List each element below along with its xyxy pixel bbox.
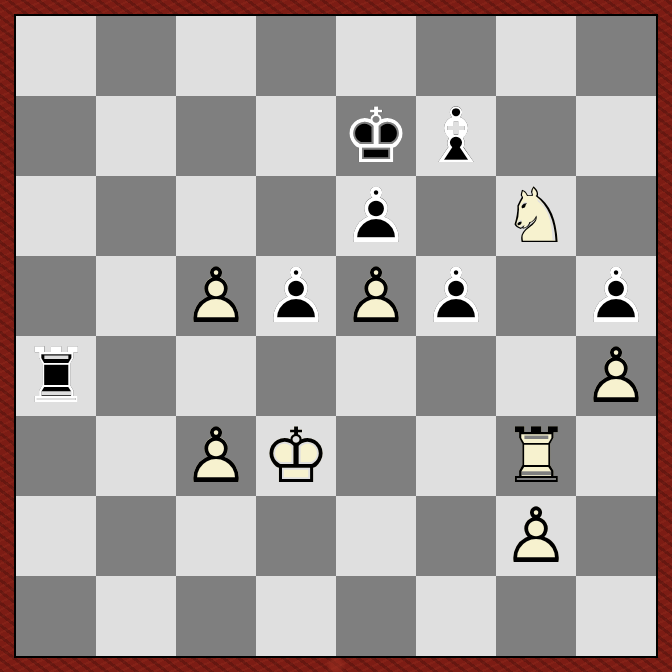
piece-outline-glyph: ♙ [336,176,416,256]
white-pawn-h4[interactable]: ♟♙ [576,336,656,416]
square-h6[interactable] [576,176,656,256]
square-e3[interactable] [336,416,416,496]
square-f6[interactable] [416,176,496,256]
square-c4[interactable] [176,336,256,416]
square-g7[interactable] [496,96,576,176]
square-f2[interactable] [416,496,496,576]
square-a1[interactable] [16,576,96,656]
piece-outline-glyph: ♙ [416,256,496,336]
black-rook-a4[interactable]: ♜♖ [16,336,96,416]
square-a6[interactable] [16,176,96,256]
piece-fill-glyph: ♟ [576,336,656,416]
square-h3[interactable] [576,416,656,496]
piece-fill-glyph: ♟ [176,416,256,496]
black-pawn-h5[interactable]: ♟♙ [576,256,656,336]
square-e6[interactable]: ♟♙ [336,176,416,256]
square-e4[interactable] [336,336,416,416]
square-b7[interactable] [96,96,176,176]
piece-fill-glyph: ♟ [256,256,336,336]
chess-board: ♚♔♝♗♟♙♞♘♟♙♟♙♟♙♟♙♟♙♜♖♟♙♟♙♚♔♜♖♟♙ [14,14,658,658]
piece-fill-glyph: ♚ [256,416,336,496]
piece-outline-glyph: ♙ [496,496,576,576]
piece-fill-glyph: ♟ [336,256,416,336]
piece-outline-glyph: ♔ [336,96,416,176]
square-e8[interactable] [336,16,416,96]
piece-outline-glyph: ♗ [416,96,496,176]
square-g4[interactable] [496,336,576,416]
square-e1[interactable] [336,576,416,656]
square-b6[interactable] [96,176,176,256]
square-g3[interactable]: ♜♖ [496,416,576,496]
square-c5[interactable]: ♟♙ [176,256,256,336]
square-f7[interactable]: ♝♗ [416,96,496,176]
square-h1[interactable] [576,576,656,656]
piece-fill-glyph: ♟ [496,496,576,576]
piece-outline-glyph: ♙ [176,256,256,336]
square-a7[interactable] [16,96,96,176]
black-king-e7[interactable]: ♚♔ [336,96,416,176]
piece-fill-glyph: ♟ [336,176,416,256]
square-d4[interactable] [256,336,336,416]
square-b1[interactable] [96,576,176,656]
square-c8[interactable] [176,16,256,96]
square-h5[interactable]: ♟♙ [576,256,656,336]
square-f3[interactable] [416,416,496,496]
piece-fill-glyph: ♟ [176,256,256,336]
square-h7[interactable] [576,96,656,176]
square-d3[interactable]: ♚♔ [256,416,336,496]
square-f8[interactable] [416,16,496,96]
white-pawn-c5[interactable]: ♟♙ [176,256,256,336]
square-f1[interactable] [416,576,496,656]
square-e2[interactable] [336,496,416,576]
piece-fill-glyph: ♟ [576,256,656,336]
piece-fill-glyph: ♝ [416,96,496,176]
square-b3[interactable] [96,416,176,496]
piece-outline-glyph: ♙ [336,256,416,336]
piece-outline-glyph: ♖ [496,416,576,496]
piece-outline-glyph: ♖ [16,336,96,416]
square-b4[interactable] [96,336,176,416]
white-knight-g6[interactable]: ♞♘ [496,176,576,256]
piece-outline-glyph: ♙ [256,256,336,336]
square-h2[interactable] [576,496,656,576]
piece-fill-glyph: ♜ [496,416,576,496]
board-frame: ♚♔♝♗♟♙♞♘♟♙♟♙♟♙♟♙♟♙♜♖♟♙♟♙♚♔♜♖♟♙ [0,0,672,672]
square-b8[interactable] [96,16,176,96]
piece-fill-glyph: ♚ [336,96,416,176]
square-d1[interactable] [256,576,336,656]
square-d6[interactable] [256,176,336,256]
square-g1[interactable] [496,576,576,656]
square-c3[interactable]: ♟♙ [176,416,256,496]
black-pawn-f5[interactable]: ♟♙ [416,256,496,336]
piece-fill-glyph: ♟ [416,256,496,336]
piece-fill-glyph: ♞ [496,176,576,256]
piece-outline-glyph: ♘ [496,176,576,256]
piece-outline-glyph: ♔ [256,416,336,496]
square-g2[interactable]: ♟♙ [496,496,576,576]
square-g6[interactable]: ♞♘ [496,176,576,256]
white-pawn-g2[interactable]: ♟♙ [496,496,576,576]
piece-outline-glyph: ♙ [576,336,656,416]
piece-outline-glyph: ♙ [576,256,656,336]
square-e7[interactable]: ♚♔ [336,96,416,176]
square-e5[interactable]: ♟♙ [336,256,416,336]
square-a4[interactable]: ♜♖ [16,336,96,416]
piece-outline-glyph: ♙ [176,416,256,496]
square-a5[interactable] [16,256,96,336]
square-c2[interactable] [176,496,256,576]
square-d2[interactable] [256,496,336,576]
square-a3[interactable] [16,416,96,496]
square-a2[interactable] [16,496,96,576]
square-d5[interactable]: ♟♙ [256,256,336,336]
square-h8[interactable] [576,16,656,96]
piece-fill-glyph: ♜ [16,336,96,416]
white-rook-g3[interactable]: ♜♖ [496,416,576,496]
black-bishop-f7[interactable]: ♝♗ [416,96,496,176]
square-c7[interactable] [176,96,256,176]
square-f5[interactable]: ♟♙ [416,256,496,336]
white-pawn-e5[interactable]: ♟♙ [336,256,416,336]
square-d7[interactable] [256,96,336,176]
square-h4[interactable]: ♟♙ [576,336,656,416]
square-b5[interactable] [96,256,176,336]
square-b2[interactable] [96,496,176,576]
square-a8[interactable] [16,16,96,96]
white-king-d3[interactable]: ♚♔ [256,416,336,496]
square-f4[interactable] [416,336,496,416]
square-d8[interactable] [256,16,336,96]
black-pawn-e6[interactable]: ♟♙ [336,176,416,256]
black-pawn-d5[interactable]: ♟♙ [256,256,336,336]
square-g8[interactable] [496,16,576,96]
square-c6[interactable] [176,176,256,256]
white-pawn-c3[interactable]: ♟♙ [176,416,256,496]
square-g5[interactable] [496,256,576,336]
square-c1[interactable] [176,576,256,656]
